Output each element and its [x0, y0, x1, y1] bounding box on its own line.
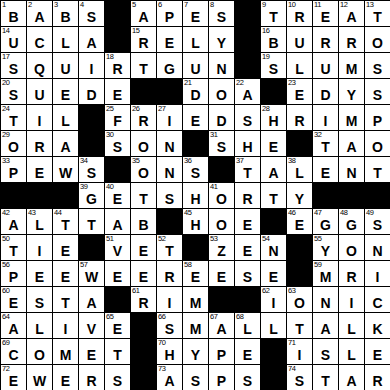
grid-cell[interactable]: 15R — [131, 27, 156, 52]
cell-letter: L — [53, 36, 78, 51]
grid-cell[interactable]: 6P — [157, 1, 182, 26]
grid-cell[interactable]: S — [313, 339, 338, 364]
grid-cell[interactable]: M — [339, 105, 364, 130]
grid-cell[interactable]: R — [365, 365, 390, 390]
grid-cell[interactable]: 37T — [235, 157, 260, 182]
grid-cell[interactable]: E — [261, 131, 286, 156]
grid-cell[interactable]: 32T — [313, 131, 338, 156]
grid-cell[interactable]: Y — [287, 183, 312, 208]
cell-letter: I — [27, 114, 52, 129]
cell-letter: S — [157, 322, 182, 337]
grid-cell[interactable]: R — [235, 183, 260, 208]
grid-cell[interactable]: 71I — [287, 339, 312, 364]
grid-cell[interactable]: Y — [339, 79, 364, 104]
cell-letter: S — [235, 270, 260, 285]
cell-letter: E — [79, 348, 104, 363]
grid-cell[interactable]: S — [183, 365, 208, 390]
cell-letter: S — [79, 166, 104, 181]
grid-cell[interactable]: 26R — [131, 105, 156, 130]
grid-cell[interactable]: 31S — [209, 131, 234, 156]
black-cell — [79, 235, 104, 260]
cell-letter: O — [209, 218, 234, 233]
cell-letter: I — [287, 348, 312, 363]
grid-cell[interactable]: T — [313, 365, 338, 390]
grid-cell[interactable]: R — [339, 261, 364, 286]
grid-cell[interactable]: 33P — [1, 157, 26, 182]
cell-letter: G — [339, 218, 364, 233]
cell-letter: A — [209, 322, 234, 337]
cell-letter: E — [287, 218, 312, 233]
grid-cell[interactable]: 5A — [131, 1, 156, 26]
cell-letter: M — [339, 114, 364, 129]
grid-cell[interactable]: I — [339, 287, 364, 312]
cell-letter: T — [365, 10, 390, 25]
cell-letter: W — [79, 270, 104, 285]
cell-letter: Y — [313, 244, 338, 259]
grid-cell[interactable]: 43L — [27, 209, 52, 234]
grid-cell[interactable]: L — [53, 105, 78, 130]
cell-letter: G — [157, 62, 182, 77]
grid-cell[interactable]: 17S — [1, 53, 26, 78]
clue-number: 29 — [2, 131, 10, 139]
cell-letter: F — [105, 114, 130, 129]
grid-cell[interactable]: R — [27, 131, 52, 156]
clue-number: 1 — [2, 1, 6, 9]
grid-cell[interactable]: M — [183, 313, 208, 338]
cell-letter: D — [183, 88, 208, 103]
cell-letter: T — [235, 166, 260, 181]
clue-number: 40 — [106, 183, 114, 191]
grid-cell[interactable]: W — [53, 157, 78, 182]
grid-cell[interactable]: I — [79, 53, 104, 78]
grid-cell[interactable]: O — [27, 339, 52, 364]
grid-cell[interactable]: 22A — [235, 79, 260, 104]
grid-cell[interactable]: 2A — [27, 1, 52, 26]
grid-cell[interactable]: E — [365, 339, 390, 364]
grid-cell[interactable]: 16B — [261, 27, 286, 52]
cell-letter: Y — [209, 36, 234, 51]
grid-cell[interactable]: 21D — [183, 79, 208, 104]
cell-letter: O — [339, 244, 364, 259]
grid-cell[interactable]: D — [313, 79, 338, 104]
grid-cell[interactable]: E — [235, 235, 260, 260]
grid-cell[interactable]: 1B — [1, 1, 26, 26]
cell-letter: E — [261, 270, 286, 285]
grid-cell[interactable]: 41O — [209, 183, 234, 208]
grid-cell[interactable]: L — [27, 313, 52, 338]
grid-cell[interactable]: Y — [183, 339, 208, 364]
grid-cell[interactable]: O — [339, 235, 364, 260]
grid-cell[interactable]: 51V — [105, 235, 130, 260]
clue-number: 32 — [314, 131, 322, 139]
cell-letter: R — [131, 114, 156, 129]
grid-cell[interactable]: E — [235, 209, 260, 234]
cell-letter: U — [27, 88, 52, 103]
grid-cell[interactable]: U — [313, 53, 338, 78]
grid-cell[interactable]: S — [365, 79, 390, 104]
grid-cell[interactable]: 65E — [105, 313, 130, 338]
grid-cell[interactable]: E — [183, 105, 208, 130]
grid-cell[interactable]: 45H — [183, 209, 208, 234]
grid-cell[interactable]: E — [313, 157, 338, 182]
grid-cell[interactable]: 19S — [261, 53, 286, 78]
grid-cell[interactable]: 34S — [79, 157, 104, 182]
clue-number: 60 — [2, 287, 10, 295]
grid-cell[interactable]: B — [131, 209, 156, 234]
grid-cell[interactable]: 27I — [157, 105, 182, 130]
grid-cell[interactable]: 36S — [183, 157, 208, 182]
grid-cell[interactable]: 25F — [105, 105, 130, 130]
cell-letter: Z — [209, 244, 234, 259]
cell-letter: A — [261, 166, 286, 181]
grid-cell[interactable]: 3B — [53, 1, 78, 26]
cell-letter: G — [313, 218, 338, 233]
cell-letter: A — [131, 10, 156, 25]
cell-letter: V — [79, 322, 104, 337]
grid-cell[interactable]: 4S — [79, 1, 104, 26]
black-cell — [183, 131, 208, 156]
clue-number: 74 — [288, 365, 296, 373]
grid-cell[interactable]: 69C — [1, 339, 26, 364]
grid-cell[interactable]: 64A — [1, 313, 26, 338]
grid-cell[interactable]: I — [365, 261, 390, 286]
grid-cell[interactable]: N — [157, 131, 182, 156]
grid-cell[interactable]: U — [183, 53, 208, 78]
grid-cell[interactable]: E — [105, 261, 130, 286]
cell-letter: M — [339, 62, 364, 77]
black-cell — [235, 53, 260, 78]
cell-letter: L — [339, 348, 364, 363]
grid-cell[interactable]: E — [79, 339, 104, 364]
grid-cell[interactable]: E — [105, 79, 130, 104]
grid-cell[interactable]: A — [261, 157, 286, 182]
grid-cell[interactable]: 30S — [105, 131, 130, 156]
grid-cell[interactable]: E — [53, 365, 78, 390]
grid-cell[interactable]: 60E — [1, 287, 26, 312]
clue-number: 41 — [210, 183, 218, 191]
grid-cell[interactable]: 50T — [1, 235, 26, 260]
grid-cell[interactable]: 55Y — [313, 235, 338, 260]
grid-cell[interactable]: I — [157, 287, 182, 312]
cell-letter: E — [235, 348, 260, 363]
grid-cell[interactable]: V — [79, 313, 104, 338]
black-cell — [105, 1, 130, 26]
grid-cell[interactable]: 39G — [79, 183, 104, 208]
grid-cell[interactable]: 44T — [53, 209, 78, 234]
black-cell — [183, 235, 208, 260]
cell-letter: T — [131, 192, 156, 207]
grid-cell[interactable]: 13T — [365, 1, 390, 26]
black-cell — [131, 365, 156, 390]
grid-cell[interactable]: H — [183, 183, 208, 208]
grid-cell[interactable]: 68L — [235, 313, 260, 338]
grid-cell[interactable]: I — [313, 105, 338, 130]
clue-number: 17 — [2, 53, 10, 61]
cell-letter: N — [339, 166, 364, 181]
grid-cell[interactable]: E — [261, 261, 286, 286]
grid-cell[interactable]: E — [53, 261, 78, 286]
cell-letter: A — [313, 322, 338, 337]
grid-cell[interactable]: T — [105, 339, 130, 364]
grid-cell[interactable]: P — [209, 365, 234, 390]
cell-letter: E — [53, 374, 78, 389]
cell-letter: U — [287, 36, 312, 51]
black-cell — [157, 209, 182, 234]
cell-letter: P — [1, 166, 26, 181]
grid-cell[interactable]: 61R — [131, 287, 156, 312]
cell-letter: H — [261, 114, 286, 129]
cell-letter: Y — [287, 192, 312, 207]
grid-cell[interactable]: A — [79, 27, 104, 52]
grid-cell[interactable]: E — [27, 157, 52, 182]
grid-cell[interactable]: 49S — [365, 209, 390, 234]
cell-letter: L — [53, 114, 78, 129]
cell-letter: I — [157, 296, 182, 311]
grid-cell[interactable]: E — [235, 339, 260, 364]
cell-letter: R — [287, 10, 312, 25]
clue-number: 35 — [132, 157, 140, 165]
grid-cell[interactable]: T — [365, 157, 390, 182]
grid-cell[interactable]: 56P — [1, 261, 26, 286]
grid-cell[interactable]: O — [131, 131, 156, 156]
grid-cell[interactable]: S — [235, 105, 260, 130]
clue-number: 7 — [184, 1, 188, 9]
grid-cell[interactable]: G — [157, 53, 182, 78]
clue-number: 3 — [54, 1, 58, 9]
cell-letter: A — [79, 36, 104, 51]
clue-number: 25 — [106, 105, 114, 113]
grid-cell[interactable]: T — [53, 287, 78, 312]
grid-cell[interactable]: D — [209, 105, 234, 130]
clue-number: 38 — [288, 157, 296, 165]
grid-cell[interactable]: 38L — [287, 157, 312, 182]
grid-cell[interactable]: 74S — [287, 365, 312, 390]
grid-cell[interactable]: 73A — [157, 365, 182, 390]
grid-cell[interactable]: N — [339, 157, 364, 182]
grid-cell[interactable]: P — [365, 105, 390, 130]
grid-cell[interactable]: R — [157, 261, 182, 286]
grid-cell[interactable]: 29O — [1, 131, 26, 156]
grid-cell[interactable]: R — [287, 105, 312, 130]
grid-cell[interactable]: 20S — [1, 79, 26, 104]
black-cell — [235, 1, 260, 26]
grid-cell[interactable]: 23E — [287, 79, 312, 104]
cell-letter: O — [131, 166, 156, 181]
cell-letter: E — [131, 270, 156, 285]
grid-cell[interactable]: E — [209, 261, 234, 286]
grid-cell[interactable]: I — [27, 235, 52, 260]
grid-cell[interactable]: L — [287, 53, 312, 78]
grid-cell[interactable]: U — [27, 79, 52, 104]
grid-cell[interactable]: N — [365, 235, 390, 260]
clue-number: 30 — [106, 131, 114, 139]
grid-cell[interactable]: S — [235, 365, 260, 390]
cell-letter: S — [79, 10, 104, 25]
grid-cell[interactable]: 14U — [1, 27, 26, 52]
grid-cell[interactable]: 66S — [157, 313, 182, 338]
grid-cell[interactable]: L — [261, 313, 286, 338]
grid-cell[interactable]: R — [79, 365, 104, 390]
black-cell — [105, 287, 130, 312]
black-cell — [79, 131, 104, 156]
cell-letter: S — [235, 374, 260, 389]
cell-letter: W — [53, 166, 78, 181]
cell-letter: T — [105, 348, 130, 363]
grid-cell[interactable]: A — [339, 365, 364, 390]
grid-cell[interactable]: 63O — [287, 287, 312, 312]
cell-letter: N — [365, 244, 390, 259]
clue-number: 15 — [132, 27, 140, 35]
clue-number: 11 — [314, 1, 321, 9]
clue-number: 44 — [54, 209, 62, 217]
grid-cell[interactable]: 72E — [1, 365, 26, 390]
cell-letter: T — [365, 166, 390, 181]
grid-cell[interactable]: U — [53, 53, 78, 78]
grid-cell[interactable]: 11E — [313, 1, 338, 26]
grid-cell[interactable]: M — [339, 53, 364, 78]
grid-cell[interactable]: 9T — [261, 1, 286, 26]
cell-letter: K — [365, 322, 390, 337]
clue-number: 68 — [236, 313, 244, 321]
cell-letter: T — [313, 374, 338, 389]
grid-cell[interactable]: 18R — [105, 53, 130, 78]
grid-cell[interactable]: 57W — [79, 261, 104, 286]
grid-cell[interactable]: I — [27, 105, 52, 130]
grid-cell[interactable]: C — [27, 27, 52, 52]
grid-cell[interactable]: E — [53, 235, 78, 260]
black-cell — [365, 183, 390, 208]
clue-number: 54 — [262, 235, 270, 243]
grid-cell[interactable]: 67A — [209, 313, 234, 338]
grid-cell[interactable]: 10R — [287, 1, 312, 26]
cell-letter: S — [235, 114, 260, 129]
cell-letter: E — [209, 270, 234, 285]
cell-letter: D — [79, 88, 104, 103]
grid-cell[interactable]: E — [27, 261, 52, 286]
grid-cell[interactable]: S — [235, 261, 260, 286]
cell-letter: E — [1, 296, 26, 311]
grid-cell[interactable]: O — [209, 209, 234, 234]
clue-number: 27 — [158, 105, 166, 113]
grid-cell[interactable]: M — [53, 339, 78, 364]
grid-cell[interactable]: 54N — [261, 235, 286, 260]
grid-cell[interactable]: 24T — [1, 105, 26, 130]
grid-cell[interactable]: L — [339, 339, 364, 364]
grid-cell[interactable]: A — [79, 287, 104, 312]
clue-number: 47 — [314, 209, 322, 217]
grid-cell[interactable]: K — [365, 313, 390, 338]
grid-cell[interactable]: 58E — [183, 261, 208, 286]
grid-cell[interactable]: D — [79, 79, 104, 104]
grid-cell[interactable]: I — [53, 313, 78, 338]
grid-cell[interactable]: H — [235, 131, 260, 156]
black-cell — [131, 313, 156, 338]
grid-cell[interactable]: A — [313, 313, 338, 338]
grid-cell[interactable]: M — [183, 287, 208, 312]
cell-letter: L — [287, 166, 312, 181]
grid-cell[interactable]: U — [287, 27, 312, 52]
grid-cell[interactable]: A — [105, 209, 130, 234]
grid-cell[interactable]: T — [131, 53, 156, 78]
grid-cell[interactable]: C — [365, 287, 390, 312]
grid-cell[interactable]: O — [365, 131, 390, 156]
grid-cell[interactable]: Y — [209, 27, 234, 52]
grid-cell[interactable]: A — [339, 131, 364, 156]
grid-cell[interactable]: T — [79, 209, 104, 234]
grid-cell[interactable]: 47G — [313, 209, 338, 234]
grid-cell[interactable]: 8S — [209, 1, 234, 26]
grid-cell[interactable]: 48G — [339, 209, 364, 234]
black-cell — [27, 183, 52, 208]
cell-letter: N — [157, 166, 182, 181]
clue-number: 8 — [210, 1, 214, 9]
grid-cell[interactable]: N — [313, 287, 338, 312]
cell-letter: I — [79, 62, 104, 77]
grid-cell[interactable]: Q — [27, 53, 52, 78]
grid-cell[interactable]: L — [53, 27, 78, 52]
grid-cell[interactable]: R — [313, 27, 338, 52]
grid-cell[interactable]: 70H — [157, 339, 182, 364]
cell-letter: H — [157, 348, 182, 363]
clue-number: 16 — [262, 27, 270, 35]
grid-cell[interactable]: S — [27, 287, 52, 312]
grid-cell[interactable]: O — [365, 27, 390, 52]
grid-cell[interactable]: E — [131, 235, 156, 260]
grid-cell[interactable]: N — [209, 53, 234, 78]
grid-cell[interactable]: R — [339, 27, 364, 52]
grid-cell[interactable]: 7E — [183, 1, 208, 26]
grid-cell[interactable]: 46E — [287, 209, 312, 234]
grid-cell[interactable]: A — [53, 131, 78, 156]
grid-cell[interactable]: L — [339, 313, 364, 338]
clue-number: 19 — [262, 53, 270, 61]
grid-cell[interactable]: S — [365, 53, 390, 78]
clue-number: 46 — [288, 209, 296, 217]
grid-cell[interactable]: 42A — [1, 209, 26, 234]
grid-cell[interactable]: E — [131, 261, 156, 286]
grid-cell[interactable]: W — [27, 365, 52, 390]
grid-cell[interactable]: P — [209, 339, 234, 364]
cell-letter: M — [183, 322, 208, 337]
grid-cell[interactable]: 28H — [261, 105, 286, 130]
grid-cell[interactable]: 40E — [105, 183, 130, 208]
grid-cell[interactable]: 59M — [313, 261, 338, 286]
grid-cell[interactable]: E — [157, 27, 182, 52]
grid-cell[interactable]: S — [105, 365, 130, 390]
clue-number: 62 — [262, 287, 270, 295]
grid-cell[interactable]: 62I — [261, 287, 286, 312]
grid-cell[interactable]: S — [157, 183, 182, 208]
grid-cell[interactable]: 53Z — [209, 235, 234, 260]
grid-cell[interactable]: L — [183, 27, 208, 52]
grid-cell[interactable]: E — [53, 79, 78, 104]
cell-letter: L — [287, 62, 312, 77]
cell-letter: C — [365, 296, 390, 311]
grid-cell[interactable]: O — [209, 79, 234, 104]
grid-cell[interactable]: T — [261, 183, 286, 208]
black-cell — [79, 105, 104, 130]
grid-cell[interactable]: 52T — [157, 235, 182, 260]
clue-number: 33 — [2, 157, 10, 165]
cell-letter: E — [53, 270, 78, 285]
grid-cell[interactable]: T — [287, 313, 312, 338]
grid-cell[interactable]: 35O — [131, 157, 156, 182]
grid-cell[interactable]: 12A — [339, 1, 364, 26]
clue-number: 49 — [366, 209, 374, 217]
grid-cell[interactable]: T — [131, 183, 156, 208]
cell-letter: P — [209, 374, 234, 389]
grid-cell[interactable]: N — [157, 157, 182, 182]
